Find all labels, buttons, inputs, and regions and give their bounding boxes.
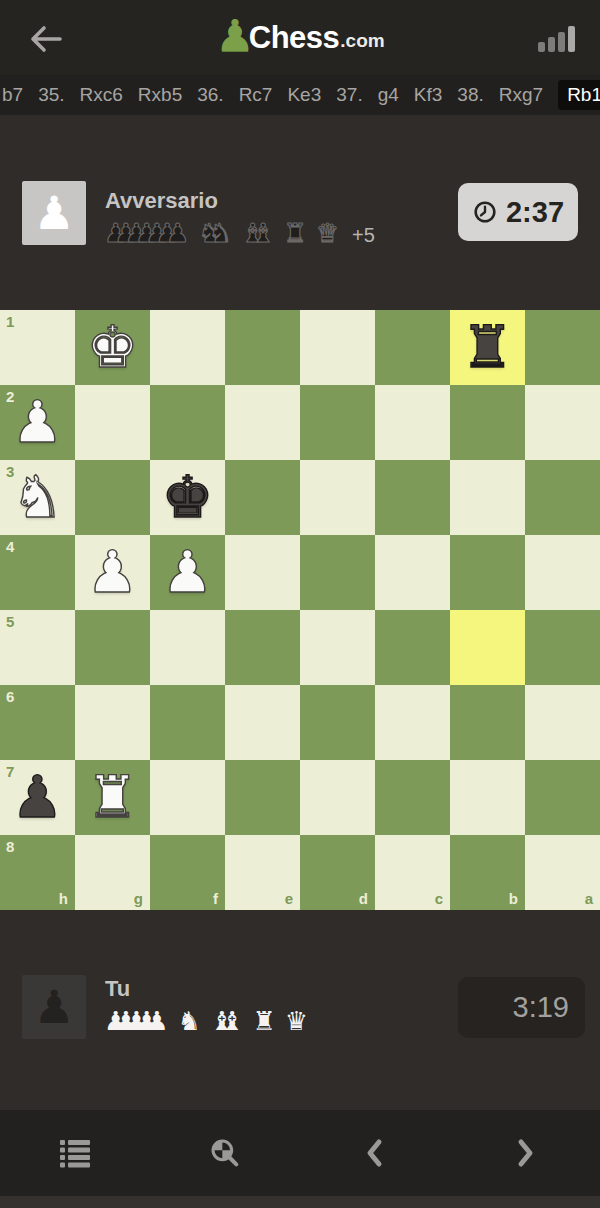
move-token[interactable]: Rxc6 xyxy=(80,84,123,106)
logo-text: Chess xyxy=(249,20,340,56)
captured-queen-icon: ♛ xyxy=(285,1008,308,1034)
square-g1[interactable]: ♚ xyxy=(75,310,150,385)
my-captured-pieces: ♟♟♟♟♟♞♝♝♜♛ xyxy=(104,1006,308,1034)
opponent-name: Avversario xyxy=(105,188,218,214)
square-g4[interactable]: ♟ xyxy=(75,535,150,610)
square-d6[interactable] xyxy=(300,685,375,760)
my-avatar: ♟ xyxy=(22,975,86,1039)
square-b6[interactable] xyxy=(450,685,525,760)
captured-rook-icon: ♜ xyxy=(253,1008,276,1034)
move-token[interactable]: 38. xyxy=(457,84,483,106)
move-token[interactable]: Rb1# xyxy=(558,80,600,110)
move-token[interactable]: Rxb5 xyxy=(138,84,182,106)
file-label-f: f xyxy=(213,890,218,907)
square-f2[interactable] xyxy=(150,385,225,460)
file-label-c: c xyxy=(435,890,443,907)
rank-label-1: 1 xyxy=(6,313,14,330)
captured-bishop-group: ♝♝ xyxy=(241,220,275,246)
file-label-a: a xyxy=(585,890,593,907)
piece-black-pawn: ♟ xyxy=(0,760,75,835)
square-f4[interactable]: ♟ xyxy=(150,535,225,610)
move-token[interactable]: Rxg7 xyxy=(499,84,543,106)
file-label-b: b xyxy=(509,890,518,907)
square-a7[interactable] xyxy=(525,760,600,835)
move-token[interactable]: 36. xyxy=(197,84,223,106)
captured-knight-icon: ♞ xyxy=(209,220,232,246)
square-b1[interactable]: ♜ xyxy=(450,310,525,385)
signal-bars-icon xyxy=(538,26,575,52)
analysis-zoom-icon[interactable] xyxy=(150,1110,300,1196)
file-label-h: h xyxy=(59,890,68,907)
opponent-captured-pieces: ♟♟♟♟♟♟♟♞♞♝♝♜♛+5 xyxy=(104,218,375,246)
square-g3[interactable] xyxy=(75,460,150,535)
move-list-bar: b735.Rxc6Rxb536.Rc7Ke337.g4Kf338.Rxg7Rb1… xyxy=(0,75,600,115)
rank-label-5: 5 xyxy=(6,613,14,630)
square-h7[interactable]: 7♟ xyxy=(0,760,75,835)
square-c3[interactable] xyxy=(375,460,450,535)
square-e3[interactable] xyxy=(225,460,300,535)
square-d5[interactable] xyxy=(300,610,375,685)
square-h5[interactable]: 5 xyxy=(0,610,75,685)
square-a6[interactable] xyxy=(525,685,600,760)
square-c2[interactable] xyxy=(375,385,450,460)
captured-rook-group: ♜ xyxy=(253,1008,276,1034)
captured-pawn-icon: ♟ xyxy=(166,220,189,246)
square-g8[interactable]: g xyxy=(75,835,150,910)
captured-knight-icon: ♞ xyxy=(178,1008,201,1034)
square-e1[interactable] xyxy=(225,310,300,385)
chevron-right-icon[interactable] xyxy=(450,1110,600,1196)
piece-white-king: ♚ xyxy=(75,310,150,385)
piece-white-pawn: ♟ xyxy=(75,535,150,610)
file-label-g: g xyxy=(134,890,143,907)
file-label-e: e xyxy=(285,890,293,907)
chevron-left-icon[interactable] xyxy=(300,1110,450,1196)
my-name: Tu xyxy=(105,976,130,1002)
captured-queen-icon: ♛ xyxy=(316,220,339,246)
move-token[interactable]: g4 xyxy=(378,84,399,106)
square-d3[interactable] xyxy=(300,460,375,535)
move-token[interactable]: Kf3 xyxy=(414,84,443,106)
move-token[interactable]: b7 xyxy=(2,84,23,106)
piece-white-rook: ♜ xyxy=(75,760,150,835)
captured-rook-icon: ♜ xyxy=(283,220,306,246)
square-f5[interactable] xyxy=(150,610,225,685)
opponent-avatar: ♟ xyxy=(22,181,86,245)
square-b4[interactable] xyxy=(450,535,525,610)
captured-queen-group: ♛ xyxy=(285,1008,308,1034)
square-b7[interactable] xyxy=(450,760,525,835)
my-clock: 3:19 xyxy=(458,977,585,1038)
square-e4[interactable] xyxy=(225,535,300,610)
captured-knight-group: ♞♞ xyxy=(198,220,232,246)
square-f3[interactable]: ♚ xyxy=(150,460,225,535)
square-e2[interactable] xyxy=(225,385,300,460)
square-a1[interactable] xyxy=(525,310,600,385)
captured-rook-group: ♜ xyxy=(283,220,306,246)
square-b8[interactable]: b xyxy=(450,835,525,910)
square-e6[interactable] xyxy=(225,685,300,760)
square-f6[interactable] xyxy=(150,685,225,760)
square-h4[interactable]: 4 xyxy=(0,535,75,610)
clock-icon xyxy=(472,199,498,225)
square-a4[interactable] xyxy=(525,535,600,610)
square-g6[interactable] xyxy=(75,685,150,760)
captured-pawn-icon: ♟ xyxy=(145,1008,168,1034)
chesscom-logo: ♟ Chess .com xyxy=(0,0,600,75)
square-b3[interactable] xyxy=(450,460,525,535)
square-c7[interactable] xyxy=(375,760,450,835)
move-token[interactable]: Rc7 xyxy=(239,84,273,106)
square-c4[interactable] xyxy=(375,535,450,610)
square-b5[interactable] xyxy=(450,610,525,685)
captured-knight-group: ♞ xyxy=(178,1008,201,1034)
captured-bishop-icon: ♝ xyxy=(220,1008,243,1034)
square-h6[interactable]: 6 xyxy=(0,685,75,760)
piece-black-king: ♚ xyxy=(150,460,225,535)
square-e7[interactable] xyxy=(225,760,300,835)
captured-pawn-group: ♟♟♟♟♟♟♟ xyxy=(104,220,189,246)
captured-pawn-group: ♟♟♟♟♟ xyxy=(104,1008,169,1034)
square-h3[interactable]: 3♞ xyxy=(0,460,75,535)
square-d8[interactable]: d xyxy=(300,835,375,910)
square-f8[interactable]: f xyxy=(150,835,225,910)
piece-white-knight: ♞ xyxy=(0,460,75,535)
captured-bishop-icon: ♝ xyxy=(251,220,274,246)
file-label-d: d xyxy=(359,890,368,907)
square-b2[interactable] xyxy=(450,385,525,460)
rank-label-4: 4 xyxy=(6,538,14,555)
square-e5[interactable] xyxy=(225,610,300,685)
rank-label-6: 6 xyxy=(6,688,14,705)
piece-white-pawn: ♟ xyxy=(0,385,75,460)
square-e8[interactable]: e xyxy=(225,835,300,910)
square-a3[interactable] xyxy=(525,460,600,535)
chess-board: 1♚♜2♟3♞♚4♟♟567♟♜8hgfedcba xyxy=(0,310,600,910)
square-a2[interactable] xyxy=(525,385,600,460)
move-token[interactable]: 35. xyxy=(38,84,64,106)
opponent-clock-time: 2:37 xyxy=(506,196,564,229)
square-g2[interactable] xyxy=(75,385,150,460)
square-c6[interactable] xyxy=(375,685,450,760)
moves-list-icon[interactable] xyxy=(0,1110,150,1196)
bottom-nav xyxy=(0,1110,600,1196)
square-h2[interactable]: 2♟ xyxy=(0,385,75,460)
top-bar: ♟ Chess .com xyxy=(0,0,600,75)
rank-label-8: 8 xyxy=(6,838,14,855)
square-a8[interactable]: a xyxy=(525,835,600,910)
square-d4[interactable] xyxy=(300,535,375,610)
square-f7[interactable] xyxy=(150,760,225,835)
captured-bishop-group: ♝♝ xyxy=(210,1008,244,1034)
move-token[interactable]: Ke3 xyxy=(287,84,321,106)
square-a5[interactable] xyxy=(525,610,600,685)
square-h1[interactable]: 1 xyxy=(0,310,75,385)
square-c1[interactable] xyxy=(375,310,450,385)
square-d1[interactable] xyxy=(300,310,375,385)
square-h8[interactable]: 8h xyxy=(0,835,75,910)
square-d7[interactable] xyxy=(300,760,375,835)
captured-queen-group: ♛ xyxy=(316,220,339,246)
logo-suffix: .com xyxy=(340,30,384,52)
material-advantage: +5 xyxy=(352,224,375,247)
home-indicator-strip xyxy=(0,1196,600,1208)
square-c5[interactable] xyxy=(375,610,450,685)
piece-white-pawn: ♟ xyxy=(150,535,225,610)
piece-black-rook: ♜ xyxy=(450,310,525,385)
square-g7[interactable]: ♜ xyxy=(75,760,150,835)
opponent-clock: 2:37 xyxy=(458,183,578,241)
square-c8[interactable]: c xyxy=(375,835,450,910)
square-d2[interactable] xyxy=(300,385,375,460)
square-g5[interactable] xyxy=(75,610,150,685)
move-token[interactable]: 37. xyxy=(336,84,362,106)
square-f1[interactable] xyxy=(150,310,225,385)
my-clock-time: 3:19 xyxy=(513,991,569,1024)
